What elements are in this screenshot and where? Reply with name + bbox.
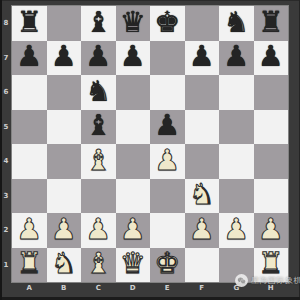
square-c1[interactable]: ♝	[81, 248, 116, 283]
black-rook[interactable]: ♜	[258, 8, 284, 37]
square-e7[interactable]	[150, 41, 185, 76]
white-pawn[interactable]: ♟	[16, 215, 42, 244]
square-h8[interactable]: ♜	[254, 6, 289, 41]
square-b4[interactable]	[47, 144, 82, 179]
black-pawn[interactable]: ♟	[120, 42, 146, 71]
file-label-d: D	[116, 282, 151, 293]
square-h2[interactable]: ♟	[254, 213, 289, 248]
square-d1[interactable]: ♛	[116, 248, 151, 283]
square-e5[interactable]: ♟	[150, 110, 185, 145]
file-label-f: F	[185, 282, 220, 293]
square-e2[interactable]	[150, 213, 185, 248]
rank-label-5: 5	[0, 110, 12, 145]
rank-label-3: 3	[0, 179, 12, 214]
file-label-b: B	[47, 282, 82, 293]
black-pawn[interactable]: ♟	[154, 111, 180, 140]
square-d2[interactable]: ♟	[116, 213, 151, 248]
rank-label-2: 2	[0, 213, 12, 248]
square-a3[interactable]	[12, 179, 47, 214]
square-h6[interactable]	[254, 75, 289, 110]
square-b8[interactable]	[47, 6, 82, 41]
black-knight[interactable]: ♞	[85, 77, 111, 106]
white-pawn[interactable]: ♟	[189, 215, 215, 244]
white-knight[interactable]: ♞	[51, 249, 77, 278]
square-c3[interactable]	[81, 179, 116, 214]
file-label-g: G	[219, 282, 254, 293]
black-rook[interactable]: ♜	[16, 8, 42, 37]
square-e1[interactable]: ♚	[150, 248, 185, 283]
square-b5[interactable]	[47, 110, 82, 145]
square-a7[interactable]: ♟	[12, 41, 47, 76]
square-h7[interactable]: ♟	[254, 41, 289, 76]
square-d5[interactable]	[116, 110, 151, 145]
file-label-a: A	[12, 282, 47, 293]
square-d7[interactable]: ♟	[116, 41, 151, 76]
white-pawn[interactable]: ♟	[85, 215, 111, 244]
rank-label-7: 7	[0, 41, 12, 76]
black-pawn[interactable]: ♟	[223, 42, 249, 71]
square-f7[interactable]: ♟	[185, 41, 220, 76]
black-queen[interactable]: ♛	[120, 8, 146, 37]
square-g7[interactable]: ♟	[219, 41, 254, 76]
rank-label-1: 1	[0, 248, 12, 283]
square-h1[interactable]: ♜	[254, 248, 289, 283]
white-pawn[interactable]: ♟	[120, 215, 146, 244]
black-pawn[interactable]: ♟	[258, 42, 284, 71]
rank-label-6: 6	[0, 75, 12, 110]
square-e6[interactable]	[150, 75, 185, 110]
rank-labels: 87654321	[0, 6, 12, 282]
square-f1[interactable]	[185, 248, 220, 283]
square-d6[interactable]	[116, 75, 151, 110]
square-c7[interactable]: ♟	[81, 41, 116, 76]
black-pawn[interactable]: ♟	[16, 42, 42, 71]
rank-label-8: 8	[0, 6, 12, 41]
square-b3[interactable]	[47, 179, 82, 214]
square-g3[interactable]	[219, 179, 254, 214]
square-b1[interactable]: ♞	[47, 248, 82, 283]
square-c6[interactable]: ♞	[81, 75, 116, 110]
white-pawn[interactable]: ♟	[51, 215, 77, 244]
file-label-h: H	[254, 282, 289, 293]
white-knight[interactable]: ♞	[189, 180, 215, 209]
file-label-e: E	[150, 282, 185, 293]
white-bishop[interactable]: ♝	[85, 249, 111, 278]
square-f6[interactable]	[185, 75, 220, 110]
square-b7[interactable]: ♟	[47, 41, 82, 76]
white-pawn[interactable]: ♟	[154, 146, 180, 175]
white-bishop[interactable]: ♝	[85, 146, 111, 175]
file-labels: ABCDEFGH	[12, 282, 288, 293]
square-c2[interactable]: ♟	[81, 213, 116, 248]
black-pawn[interactable]: ♟	[51, 42, 77, 71]
chess-board-window: 87654321 ♜♝♛♚♞♜♟♟♟♟♟♟♟♞♝♟♝♟♞♟♟♟♟♟♟♟♜♞♝♛♚…	[0, 0, 300, 300]
board: ♜♝♛♚♞♜♟♟♟♟♟♟♟♞♝♟♝♟♞♟♟♟♟♟♟♟♜♞♝♛♚♜	[12, 6, 288, 282]
rank-label-4: 4	[0, 144, 12, 179]
black-bishop[interactable]: ♝	[85, 8, 111, 37]
square-g8[interactable]: ♞	[219, 6, 254, 41]
square-a6[interactable]	[12, 75, 47, 110]
white-pawn[interactable]: ♟	[223, 215, 249, 244]
square-g4[interactable]	[219, 144, 254, 179]
square-e8[interactable]: ♚	[150, 6, 185, 41]
square-d4[interactable]	[116, 144, 151, 179]
square-f3[interactable]: ♞	[185, 179, 220, 214]
white-pawn[interactable]: ♟	[258, 215, 284, 244]
black-pawn[interactable]: ♟	[189, 42, 215, 71]
square-f4[interactable]	[185, 144, 220, 179]
square-a5[interactable]	[12, 110, 47, 145]
square-a1[interactable]: ♜	[12, 248, 47, 283]
square-c5[interactable]: ♝	[81, 110, 116, 145]
square-e4[interactable]: ♟	[150, 144, 185, 179]
square-c4[interactable]: ♝	[81, 144, 116, 179]
square-g2[interactable]: ♟	[219, 213, 254, 248]
square-h4[interactable]	[254, 144, 289, 179]
square-d3[interactable]	[116, 179, 151, 214]
white-rook[interactable]: ♜	[258, 249, 284, 278]
file-label-c: C	[81, 282, 116, 293]
black-king[interactable]: ♚	[154, 8, 180, 37]
square-h3[interactable]	[254, 179, 289, 214]
square-b6[interactable]	[47, 75, 82, 110]
square-g1[interactable]	[219, 248, 254, 283]
black-pawn[interactable]: ♟	[85, 42, 111, 71]
white-king[interactable]: ♚	[154, 249, 180, 278]
square-b2[interactable]: ♟	[47, 213, 82, 248]
white-rook[interactable]: ♜	[16, 249, 42, 278]
square-h5[interactable]	[254, 110, 289, 145]
square-e3[interactable]	[150, 179, 185, 214]
square-g5[interactable]	[219, 110, 254, 145]
square-f5[interactable]	[185, 110, 220, 145]
square-g6[interactable]	[219, 75, 254, 110]
square-a4[interactable]	[12, 144, 47, 179]
black-knight[interactable]: ♞	[223, 8, 249, 37]
square-a8[interactable]: ♜	[12, 6, 47, 41]
square-d8[interactable]: ♛	[116, 6, 151, 41]
white-queen[interactable]: ♛	[120, 249, 146, 278]
square-f2[interactable]: ♟	[185, 213, 220, 248]
square-f8[interactable]	[185, 6, 220, 41]
square-c8[interactable]: ♝	[81, 6, 116, 41]
black-bishop[interactable]: ♝	[85, 111, 111, 140]
square-a2[interactable]: ♟	[12, 213, 47, 248]
